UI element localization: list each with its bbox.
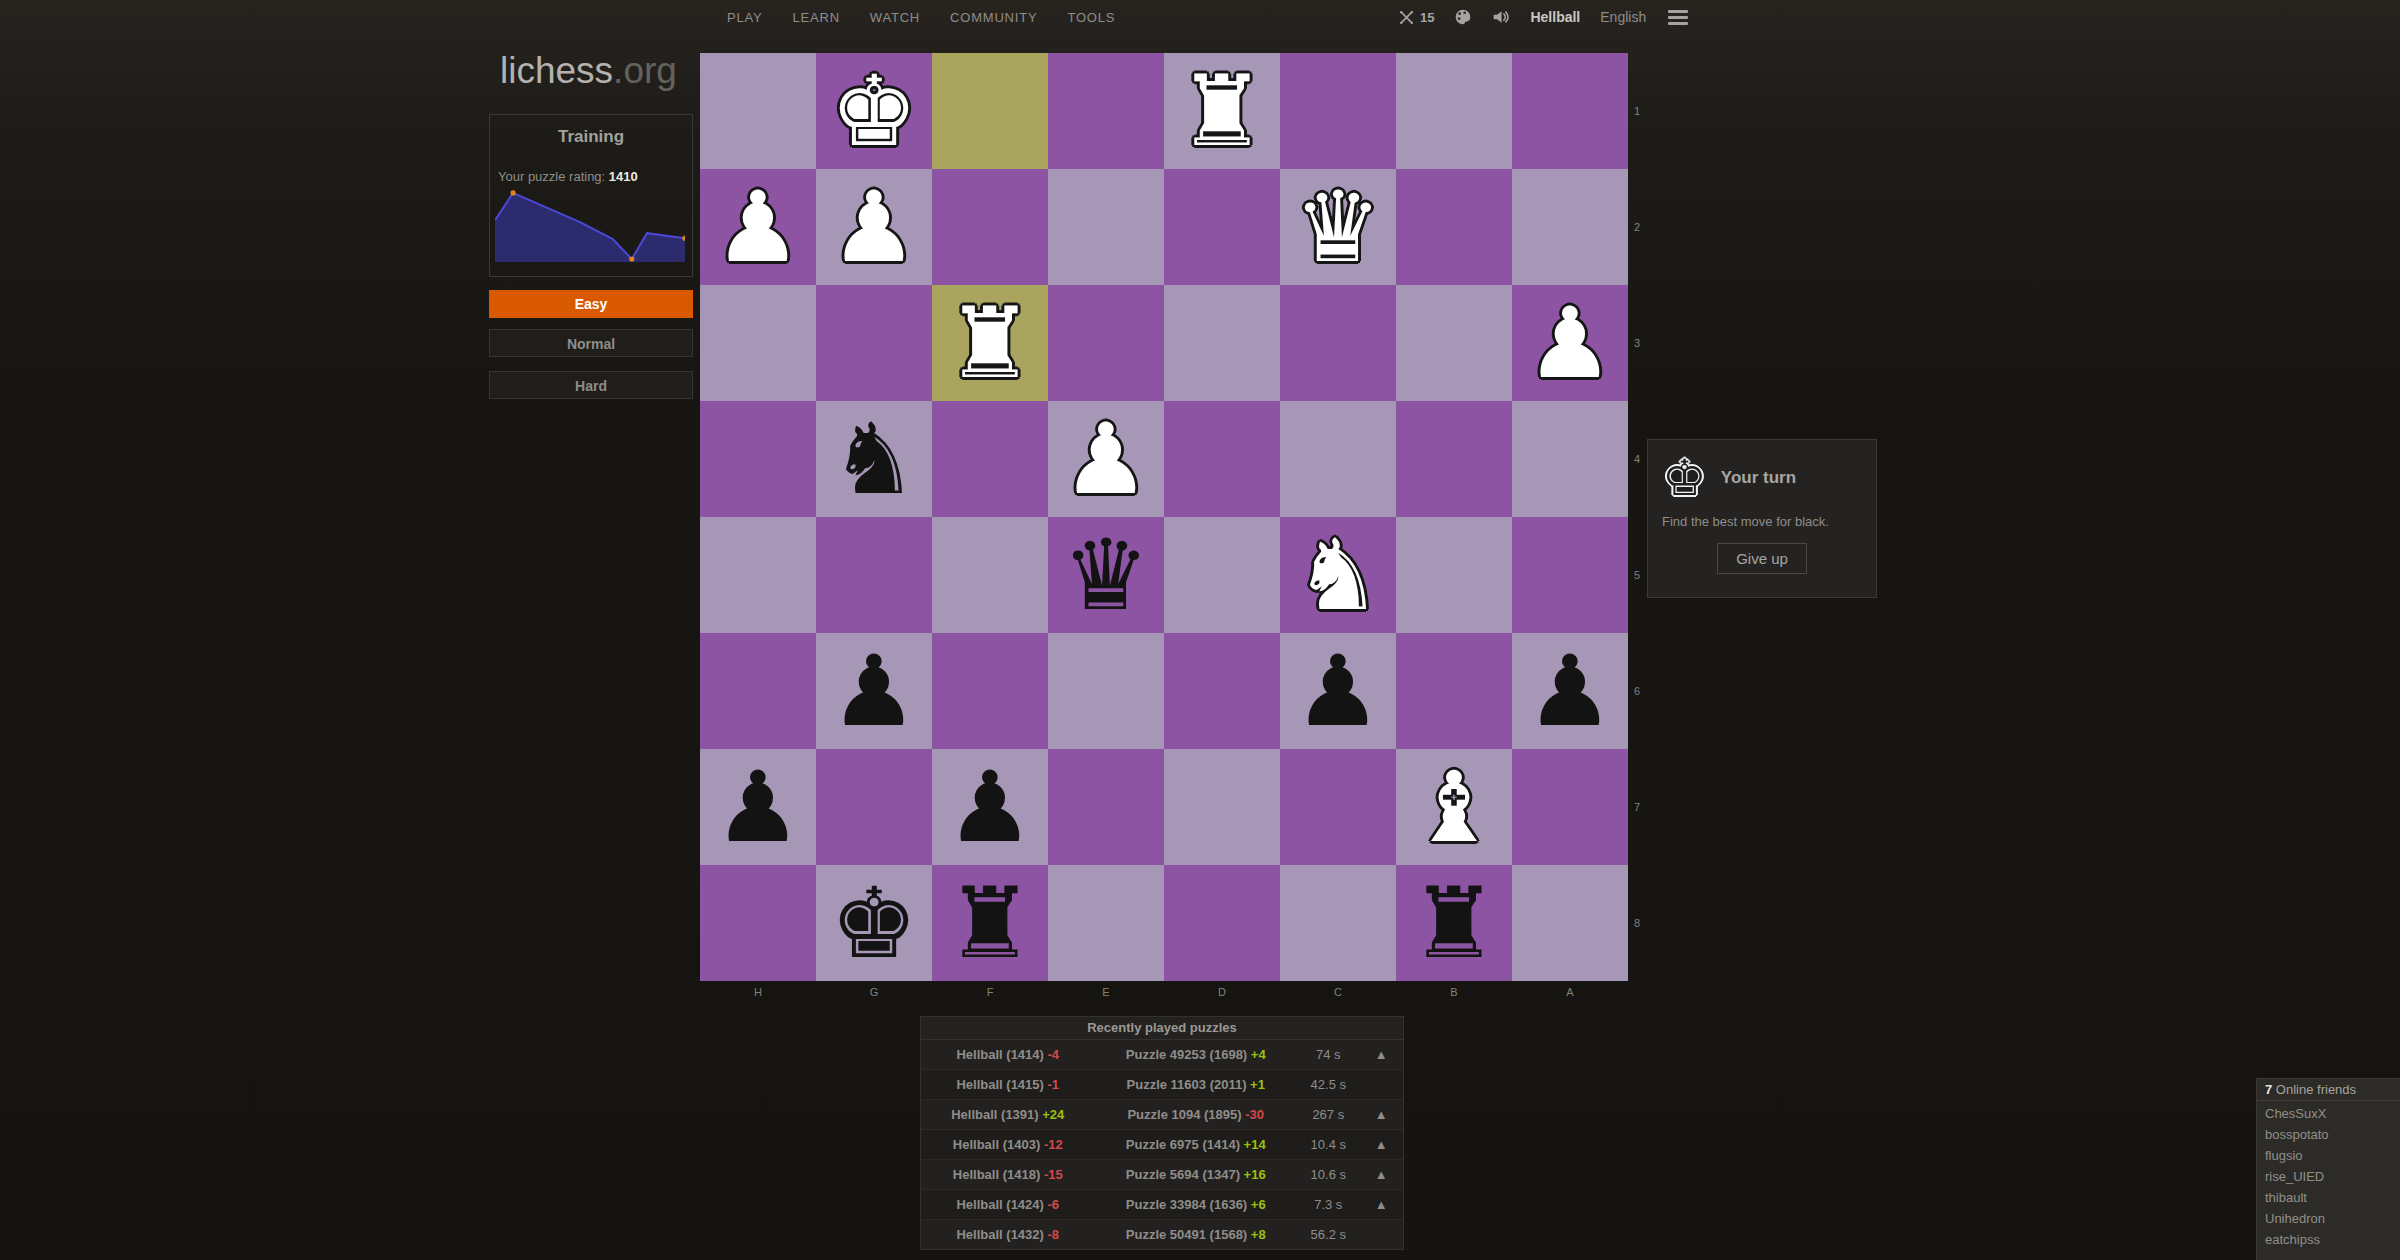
puzzle-row: Hellball (1403) -12Puzzle 6975 (1414) +1… [921,1130,1403,1160]
puzzle-row: Hellball (1418) -15Puzzle 5694 (1347) +1… [921,1160,1403,1190]
sound-button[interactable] [1492,8,1510,26]
square-c3[interactable] [1280,285,1396,401]
square-a2[interactable] [1512,169,1628,285]
square-g3[interactable] [816,285,932,401]
puzzle-row-time: 7.3 s [1297,1190,1360,1220]
square-a8[interactable] [1512,865,1628,981]
difficulty-easy-button[interactable]: Easy [489,290,693,318]
puzzle-row-link[interactable]: Puzzle 11603 (2011) +1 [1095,1070,1297,1100]
square-h7[interactable]: ♟ [700,749,816,865]
logo-main: lichess [500,50,613,91]
puzzle-row-user: Hellball (1432) -8 [921,1220,1095,1250]
chess-board: ♚♜♟♟♛♜♟♞♟♛♞♟♟♟♟♟♝♚♜♜ [700,53,1628,981]
square-h2[interactable]: ♟ [700,169,816,285]
square-a1[interactable] [1512,53,1628,169]
puzzle-row-arrow: ▲ [1360,1040,1403,1070]
friend-ChesSuxX[interactable]: ChesSuxX [2265,1103,2400,1124]
training-title: Training [490,127,692,147]
logo-suffix: .org [613,50,677,91]
puzzle-row-arrow: ▲ [1360,1130,1403,1160]
crossed-swords-icon [1398,9,1415,26]
puzzle-row-time: 10.6 s [1297,1160,1360,1190]
piece-black-rook: ♜ [946,865,1034,981]
rating-value: 1410 [609,169,638,184]
nav-link-tools[interactable]: TOOLS [1067,10,1115,25]
puzzle-row-user: Hellball (1391) +24 [921,1100,1095,1130]
square-d5[interactable] [1164,517,1280,633]
puzzle-row-user: Hellball (1414) -4 [921,1040,1095,1070]
rank-coordinates: 12345678 [1634,53,1640,981]
piece-black-rook: ♜ [1410,865,1498,981]
square-g6[interactable]: ♟ [816,633,932,749]
puzzle-row-arrow [1360,1220,1403,1250]
top-nav: PLAYLEARNWATCHCOMMUNITYTOOLS 15 [0,0,2400,34]
puzzle-row: Hellball (1432) -8Puzzle 50491 (1568) +8… [921,1220,1403,1250]
friend-eatchipss[interactable]: eatchipss [2265,1229,2400,1250]
square-a7[interactable] [1512,749,1628,865]
puzzle-row: Hellball (1414) -4Puzzle 49253 (1698) +4… [921,1040,1403,1070]
rank-label-5: 5 [1634,517,1640,633]
file-label-b: B [1396,986,1512,998]
challenges-count: 15 [1420,10,1434,25]
square-a3[interactable]: ♟ [1512,285,1628,401]
rank-label-7: 7 [1634,749,1640,865]
square-f2[interactable] [932,169,1048,285]
online-friends-label: Online friends [2276,1082,2356,1097]
square-b5[interactable] [1396,517,1512,633]
rank-label-1: 1 [1634,53,1640,169]
piece-black-knight: ♞ [830,401,918,517]
challenges-indicator[interactable]: 15 [1398,9,1434,26]
square-e5[interactable]: ♛ [1048,517,1164,633]
piece-white-pawn: ♟ [830,169,918,285]
black-king-icon: ♚ [1662,450,1707,506]
theme-palette-button[interactable] [1454,8,1472,26]
square-g4[interactable]: ♞ [816,401,932,517]
square-a4[interactable] [1512,401,1628,517]
online-friends-header[interactable]: 7 Online friends [2257,1079,2400,1101]
nav-link-play[interactable]: PLAY [727,10,762,25]
puzzle-row-link[interactable]: Puzzle 33984 (1636) +6 [1095,1190,1297,1220]
square-e7[interactable] [1048,749,1164,865]
square-c6[interactable]: ♟ [1280,633,1396,749]
piece-black-pawn: ♟ [946,749,1034,865]
puzzle-row-link[interactable]: Puzzle 1094 (1895) -30 [1095,1100,1297,1130]
square-a6[interactable]: ♟ [1512,633,1628,749]
square-f3[interactable]: ♜ [932,285,1048,401]
give-up-button[interactable]: Give up [1717,543,1807,574]
piece-black-queen: ♛ [1062,517,1150,633]
puzzle-row: Hellball (1415) -1Puzzle 11603 (2011) +1… [921,1070,1403,1100]
square-g8[interactable]: ♚ [816,865,932,981]
piece-black-king: ♚ [830,865,918,981]
puzzle-row-link[interactable]: Puzzle 6975 (1414) +14 [1095,1130,1297,1160]
palette-icon [1454,8,1472,26]
file-label-h: H [700,986,816,998]
square-g1[interactable]: ♚ [816,53,932,169]
file-label-c: C [1280,986,1396,998]
square-b1[interactable] [1396,53,1512,169]
square-c8[interactable] [1280,865,1396,981]
square-b6[interactable] [1396,633,1512,749]
square-h8[interactable] [700,865,816,981]
piece-white-king: ♚ [830,53,918,169]
square-a5[interactable] [1512,517,1628,633]
piece-white-pawn: ♟ [1062,401,1150,517]
square-d2[interactable] [1164,169,1280,285]
language-selector[interactable]: English [1600,9,1646,25]
puzzle-row-arrow: ▲ [1360,1100,1403,1130]
username[interactable]: Hellball [1530,9,1580,25]
puzzle-row-link[interactable]: Puzzle 49253 (1698) +4 [1095,1040,1297,1070]
square-e8[interactable] [1048,865,1164,981]
page: PLAYLEARNWATCHCOMMUNITYTOOLS 15 [0,0,2400,1260]
square-h1[interactable] [700,53,816,169]
square-b2[interactable] [1396,169,1512,285]
piece-white-pawn: ♟ [1526,285,1614,401]
square-f8[interactable]: ♜ [932,865,1048,981]
rating-label: Your puzzle rating: [498,169,605,184]
your-turn-title: Your turn [1721,468,1796,488]
square-f1[interactable] [932,53,1048,169]
square-e3[interactable] [1048,285,1164,401]
piece-white-queen: ♛ [1294,169,1382,285]
square-b4[interactable] [1396,401,1512,517]
piece-black-pawn: ♟ [1294,633,1382,749]
square-c4[interactable] [1280,401,1396,517]
difficulty-hard-button[interactable]: Hard [489,371,693,399]
square-d8[interactable] [1164,865,1280,981]
recent-puzzles-title: Recently played puzzles [921,1017,1403,1040]
friend-thibault[interactable]: thibault [2265,1187,2400,1208]
nav-link-learn[interactable]: LEARN [792,10,839,25]
square-b7[interactable]: ♝ [1396,749,1512,865]
file-coordinates: HGFEDCBA [700,986,1628,998]
your-turn-header: ♚ Your turn [1648,440,1876,506]
rank-label-3: 3 [1634,285,1640,401]
square-e2[interactable] [1048,169,1164,285]
file-label-a: A [1512,986,1628,998]
square-f6[interactable] [932,633,1048,749]
puzzle-row-user: Hellball (1403) -12 [921,1130,1095,1160]
nav-link-watch[interactable]: WATCH [870,10,920,25]
piece-black-pawn: ♟ [830,633,918,749]
speaker-icon [1492,8,1510,26]
puzzle-row-link[interactable]: Puzzle 5694 (1347) +16 [1095,1160,1297,1190]
square-d7[interactable] [1164,749,1280,865]
square-g2[interactable]: ♟ [816,169,932,285]
square-e6[interactable] [1048,633,1164,749]
square-h5[interactable] [700,517,816,633]
piece-black-pawn: ♟ [714,749,802,865]
square-f4[interactable] [932,401,1048,517]
your-turn-panel: ♚ Your turn Find the best move for black… [1647,439,1877,598]
piece-white-rook: ♜ [1178,53,1266,169]
puzzle-rating: Your puzzle rating: 1410 [498,169,692,184]
difficulty-normal-button[interactable]: Normal [489,329,693,357]
square-c2[interactable]: ♛ [1280,169,1396,285]
rank-label-6: 6 [1634,633,1640,749]
puzzle-row-time: 56.2 s [1297,1220,1360,1250]
file-label-e: E [1048,986,1164,998]
square-d6[interactable] [1164,633,1280,749]
file-label-f: F [932,986,1048,998]
rank-label-4: 4 [1634,401,1640,517]
file-label-d: D [1164,986,1280,998]
square-c5[interactable]: ♞ [1280,517,1396,633]
square-e1[interactable] [1048,53,1164,169]
hamburger-menu-icon[interactable] [1666,8,1690,27]
nav-right: 15 Hellball English [1398,0,1690,34]
nav-link-community[interactable]: COMMUNITY [950,10,1037,25]
square-d4[interactable] [1164,401,1280,517]
friend-bosspotato[interactable]: bosspotato [2265,1124,2400,1145]
puzzle-row-time: 10.4 s [1297,1130,1360,1160]
friend-Unihedron[interactable]: Unihedron [2265,1208,2400,1229]
square-d1[interactable]: ♜ [1164,53,1280,169]
recent-puzzles-panel: Recently played puzzles Hellball (1414) … [920,1016,1404,1250]
square-h6[interactable] [700,633,816,749]
puzzle-row-time: 74 s [1297,1040,1360,1070]
puzzle-row-arrow: ▲ [1360,1160,1403,1190]
puzzle-row-user: Hellball (1415) -1 [921,1070,1095,1100]
friend-rise_UIED[interactable]: rise_UIED [2265,1166,2400,1187]
puzzle-row-time: 42.5 s [1297,1070,1360,1100]
puzzle-row-link[interactable]: Puzzle 50491 (1568) +8 [1095,1220,1297,1250]
piece-white-bishop: ♝ [1410,749,1498,865]
piece-white-pawn: ♟ [714,169,802,285]
puzzle-row-time: 267 s [1297,1100,1360,1130]
square-h4[interactable] [700,401,816,517]
rating-sparkline-chart [495,190,687,264]
square-b8[interactable]: ♜ [1396,865,1512,981]
puzzle-row-arrow [1360,1070,1403,1100]
friend-flugsio[interactable]: flugsio [2265,1145,2400,1166]
puzzle-row: Hellball (1391) +24Puzzle 1094 (1895) -3… [921,1100,1403,1130]
square-c1[interactable] [1280,53,1396,169]
online-friends-count: 7 [2265,1082,2272,1097]
piece-white-knight: ♞ [1294,517,1382,633]
piece-black-pawn: ♟ [1526,633,1614,749]
square-d3[interactable] [1164,285,1280,401]
puzzle-row-user: Hellball (1418) -15 [921,1160,1095,1190]
training-panel: Training Your puzzle rating: 1410 [489,114,693,277]
puzzle-row-user: Hellball (1424) -6 [921,1190,1095,1220]
square-e4[interactable]: ♟ [1048,401,1164,517]
your-turn-instruction: Find the best move for black. [1662,514,1862,529]
square-g7[interactable] [816,749,932,865]
square-b3[interactable] [1396,285,1512,401]
puzzle-row-arrow: ▲ [1360,1190,1403,1220]
main-menu: PLAYLEARNWATCHCOMMUNITYTOOLS [727,0,1115,34]
lichess-logo[interactable]: lichess.org [500,50,677,92]
online-friends-panel: 7 Online friends ChesSuxXbosspotatoflugs… [2256,1078,2400,1260]
rank-label-2: 2 [1634,169,1640,285]
recent-puzzles-table: Hellball (1414) -4Puzzle 49253 (1698) +4… [921,1040,1403,1249]
square-f7[interactable]: ♟ [932,749,1048,865]
square-g5[interactable] [816,517,932,633]
rank-label-8: 8 [1634,865,1640,981]
file-label-g: G [816,986,932,998]
puzzle-row: Hellball (1424) -6Puzzle 33984 (1636) +6… [921,1190,1403,1220]
square-c7[interactable] [1280,749,1396,865]
square-f5[interactable] [932,517,1048,633]
piece-white-rook: ♜ [946,285,1034,401]
online-friends-list: ChesSuxXbosspotatoflugsiorise_UIEDthibau… [2257,1103,2400,1250]
square-h3[interactable] [700,285,816,401]
